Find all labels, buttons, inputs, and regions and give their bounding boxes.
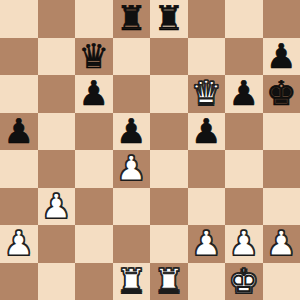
square-b5[interactable]: [38, 113, 76, 151]
white-king-g1[interactable]: ♚: [229, 263, 259, 300]
square-f2[interactable]: ♟: [188, 225, 226, 263]
square-e8[interactable]: ♜: [150, 0, 188, 38]
square-f1[interactable]: [188, 263, 226, 300]
square-f3[interactable]: [188, 188, 226, 226]
white-pawn-a2[interactable]: ♟: [4, 225, 34, 263]
square-g6[interactable]: ♟: [225, 75, 263, 113]
black-pawn-c6[interactable]: ♟: [79, 75, 109, 113]
square-a4[interactable]: [0, 150, 38, 188]
square-c5[interactable]: [75, 113, 113, 151]
square-d8[interactable]: ♜: [113, 0, 151, 38]
square-e6[interactable]: [150, 75, 188, 113]
square-e7[interactable]: [150, 38, 188, 76]
square-d6[interactable]: [113, 75, 151, 113]
square-d4[interactable]: ♟: [113, 150, 151, 188]
square-d7[interactable]: [113, 38, 151, 76]
square-a5[interactable]: ♟: [0, 113, 38, 151]
square-g8[interactable]: [225, 0, 263, 38]
black-rook-e8[interactable]: ♜: [154, 0, 184, 38]
square-b3[interactable]: ♟: [38, 188, 76, 226]
black-queen-c7[interactable]: ♛: [79, 38, 109, 76]
square-a6[interactable]: [0, 75, 38, 113]
square-f6[interactable]: ♛: [188, 75, 226, 113]
square-c8[interactable]: [75, 0, 113, 38]
square-g2[interactable]: ♟: [225, 225, 263, 263]
square-c2[interactable]: [75, 225, 113, 263]
square-c4[interactable]: [75, 150, 113, 188]
square-e3[interactable]: [150, 188, 188, 226]
square-g1[interactable]: ♚: [225, 263, 263, 300]
square-d5[interactable]: ♟: [113, 113, 151, 151]
square-b4[interactable]: [38, 150, 76, 188]
square-b8[interactable]: [38, 0, 76, 38]
square-f8[interactable]: [188, 0, 226, 38]
square-a1[interactable]: [0, 263, 38, 300]
square-b6[interactable]: [38, 75, 76, 113]
white-pawn-d4[interactable]: ♟: [116, 150, 146, 188]
square-b7[interactable]: [38, 38, 76, 76]
white-rook-d1[interactable]: ♜: [116, 263, 146, 300]
square-b2[interactable]: [38, 225, 76, 263]
square-h8[interactable]: [263, 0, 301, 38]
square-h1[interactable]: [263, 263, 301, 300]
square-h7[interactable]: ♟: [263, 38, 301, 76]
black-pawn-a5[interactable]: ♟: [4, 113, 34, 151]
black-pawn-f5[interactable]: ♟: [191, 113, 221, 151]
square-a7[interactable]: [0, 38, 38, 76]
black-rook-d8[interactable]: ♜: [116, 0, 146, 38]
square-h4[interactable]: [263, 150, 301, 188]
square-c7[interactable]: ♛: [75, 38, 113, 76]
black-pawn-g6[interactable]: ♟: [229, 75, 259, 113]
square-a3[interactable]: [0, 188, 38, 226]
square-h3[interactable]: [263, 188, 301, 226]
white-pawn-h2[interactable]: ♟: [266, 225, 296, 263]
square-h6[interactable]: ♚: [263, 75, 301, 113]
square-f7[interactable]: [188, 38, 226, 76]
square-d1[interactable]: ♜: [113, 263, 151, 300]
white-rook-e1[interactable]: ♜: [154, 263, 184, 300]
square-e2[interactable]: [150, 225, 188, 263]
square-h5[interactable]: [263, 113, 301, 151]
square-c1[interactable]: [75, 263, 113, 300]
black-pawn-h7[interactable]: ♟: [266, 38, 296, 76]
black-pawn-d5[interactable]: ♟: [116, 113, 146, 151]
white-pawn-f2[interactable]: ♟: [191, 225, 221, 263]
black-king-h6[interactable]: ♚: [266, 75, 296, 113]
square-c3[interactable]: [75, 188, 113, 226]
square-g7[interactable]: [225, 38, 263, 76]
square-g4[interactable]: [225, 150, 263, 188]
square-a2[interactable]: ♟: [0, 225, 38, 263]
square-d3[interactable]: [113, 188, 151, 226]
white-queen-f6[interactable]: ♛: [191, 75, 221, 113]
square-e4[interactable]: [150, 150, 188, 188]
white-pawn-b3[interactable]: ♟: [41, 188, 71, 226]
square-e1[interactable]: ♜: [150, 263, 188, 300]
square-a8[interactable]: [0, 0, 38, 38]
square-g5[interactable]: [225, 113, 263, 151]
square-d2[interactable]: [113, 225, 151, 263]
square-e5[interactable]: [150, 113, 188, 151]
chess-board: ♜♜♛♟♟♛♟♚♟♟♟♟♟♟♟♟♟♜♜♚: [0, 0, 300, 300]
white-pawn-g2[interactable]: ♟: [229, 225, 259, 263]
square-f4[interactable]: [188, 150, 226, 188]
square-g3[interactable]: [225, 188, 263, 226]
square-h2[interactable]: ♟: [263, 225, 301, 263]
square-c6[interactable]: ♟: [75, 75, 113, 113]
square-f5[interactable]: ♟: [188, 113, 226, 151]
square-b1[interactable]: [38, 263, 76, 300]
